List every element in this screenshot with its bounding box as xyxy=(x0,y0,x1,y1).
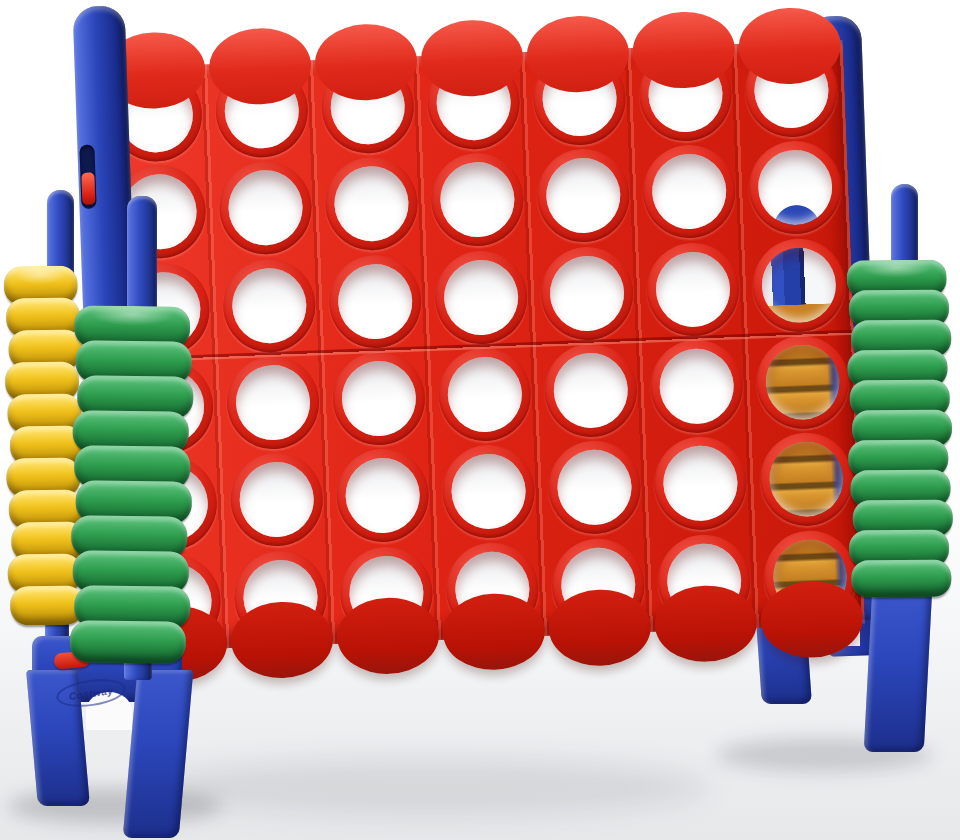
board-hole xyxy=(433,249,529,345)
board-hole xyxy=(641,144,737,240)
hole-empty xyxy=(333,165,410,243)
board-cell-r1c3 xyxy=(423,149,533,250)
board-hole xyxy=(649,338,745,434)
board-cell-r4c1 xyxy=(222,449,332,550)
hole-empty xyxy=(549,254,626,332)
board-hole xyxy=(653,436,749,532)
board-hole xyxy=(229,452,325,548)
board-cell-r1c6 xyxy=(740,137,850,238)
hole-empty xyxy=(655,250,732,328)
board-hole xyxy=(331,350,427,446)
game-board xyxy=(100,6,866,686)
hole-showing-rings xyxy=(768,441,845,519)
hole-empty xyxy=(662,445,739,523)
board-hole xyxy=(324,156,420,252)
board-cell-r2c2 xyxy=(320,251,430,352)
board-cell-r1c1 xyxy=(211,158,321,259)
board-hole xyxy=(430,152,526,248)
hole-empty xyxy=(545,157,622,235)
board-hole xyxy=(225,355,321,451)
board-cell-r4c2 xyxy=(328,445,438,546)
hole-empty xyxy=(651,153,728,231)
board-cell-r3c2 xyxy=(324,348,434,449)
floor-shadow-center xyxy=(150,758,710,816)
board-cell-r2c4 xyxy=(532,243,642,344)
hole-empty xyxy=(344,457,421,535)
hole-empty xyxy=(337,263,414,341)
board-cell-r1c5 xyxy=(634,141,744,242)
product-photo-stage: Costway xyxy=(0,0,960,840)
board-hole xyxy=(645,241,741,337)
hole-showing-dome xyxy=(757,149,834,227)
hole-empty xyxy=(235,364,312,442)
board-cell-r4c5 xyxy=(646,433,756,534)
right-leg-foot-right xyxy=(864,588,933,752)
board-cell-r3c5 xyxy=(642,336,752,437)
board-cell-r4c3 xyxy=(434,441,544,542)
ring-stack-left-front-post xyxy=(71,305,192,667)
board-hole xyxy=(222,257,318,353)
board-cell-r4c4 xyxy=(540,437,650,538)
board-hole xyxy=(335,448,431,544)
board-hole xyxy=(539,245,635,341)
release-slider-knob xyxy=(81,172,95,204)
board-hole xyxy=(547,440,643,536)
board-hole xyxy=(751,237,847,333)
board-hole xyxy=(441,444,537,540)
board-cell-r4c6 xyxy=(752,429,862,530)
board-grid xyxy=(101,40,865,652)
board-cell-r1c4 xyxy=(528,145,638,246)
green-ring xyxy=(70,620,187,664)
hole-empty xyxy=(341,360,418,438)
hole-empty xyxy=(658,348,735,426)
ring-stack-right-front-post xyxy=(849,260,952,601)
board-hole xyxy=(747,140,843,236)
board-hole xyxy=(218,160,314,256)
board-cell-r2c6 xyxy=(744,234,854,335)
hole-showing-rings xyxy=(764,344,841,422)
board-cell-r3c6 xyxy=(748,332,858,433)
hole-empty xyxy=(552,352,629,430)
board-cell-r3c1 xyxy=(218,352,328,453)
board-hole xyxy=(437,346,533,442)
slider-slot xyxy=(79,144,96,208)
board-hole xyxy=(543,342,639,438)
board-cell-r1c2 xyxy=(317,154,427,255)
hole-empty xyxy=(443,258,520,336)
board-cell-r3c3 xyxy=(430,344,540,445)
board-hole xyxy=(755,334,851,430)
board-hole xyxy=(327,253,423,349)
hole-empty xyxy=(227,169,304,247)
board-cell-r2c5 xyxy=(638,239,748,340)
hole-empty xyxy=(446,356,523,434)
hole-showing-shaft xyxy=(760,246,837,324)
hole-empty xyxy=(450,453,527,531)
green-ring xyxy=(851,560,951,598)
board-hole xyxy=(536,148,632,244)
hole-empty xyxy=(231,267,308,345)
board-cell-r3c4 xyxy=(536,340,646,441)
hole-empty xyxy=(439,161,516,239)
storage-post-left-front xyxy=(127,196,157,320)
board-cell-r2c3 xyxy=(426,247,536,348)
hole-empty xyxy=(556,449,633,527)
hole-empty xyxy=(238,461,315,539)
board-hole xyxy=(759,431,855,527)
board-cell-r2c1 xyxy=(214,255,324,356)
